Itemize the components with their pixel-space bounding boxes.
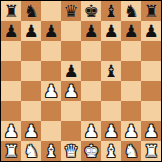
square-d4[interactable]: ♟ xyxy=(61,81,81,101)
white-king-e1[interactable]: ♚ xyxy=(83,141,98,161)
chess-board: ♜♞♛♚♝♞♜♟♟♟♟♟♟♟♟♝♟♟♟♟♟♟♟♟♜♞♝♛♚♝♞♜ xyxy=(1,1,161,161)
square-e4[interactable] xyxy=(81,81,101,101)
white-pawn-d4[interactable]: ♟ xyxy=(63,81,78,101)
black-rook-h8[interactable]: ♜ xyxy=(143,1,158,21)
square-g4[interactable] xyxy=(121,81,141,101)
white-bishop-f1[interactable]: ♝ xyxy=(103,141,118,161)
black-pawn-g7[interactable]: ♟ xyxy=(123,21,138,41)
black-bishop-f8[interactable]: ♝ xyxy=(103,1,118,21)
white-bishop-c1[interactable]: ♝ xyxy=(43,141,58,161)
white-pawn-a2[interactable]: ♟ xyxy=(3,121,18,141)
square-a8[interactable]: ♜ xyxy=(1,1,21,21)
white-pawn-e2[interactable]: ♟ xyxy=(83,121,98,141)
white-pawn-g2[interactable]: ♟ xyxy=(123,121,138,141)
square-f8[interactable]: ♝ xyxy=(101,1,121,21)
square-b6[interactable] xyxy=(21,41,41,61)
square-g5[interactable] xyxy=(121,61,141,81)
square-c4[interactable]: ♟ xyxy=(41,81,61,101)
square-f5[interactable]: ♝ xyxy=(101,61,121,81)
square-h2[interactable]: ♟ xyxy=(141,121,161,141)
square-a2[interactable]: ♟ xyxy=(1,121,21,141)
square-a3[interactable] xyxy=(1,101,21,121)
white-rook-h1[interactable]: ♜ xyxy=(143,141,158,161)
square-c1[interactable]: ♝ xyxy=(41,141,61,161)
black-pawn-c7[interactable]: ♟ xyxy=(43,21,58,41)
square-g3[interactable] xyxy=(121,101,141,121)
square-f2[interactable]: ♟ xyxy=(101,121,121,141)
square-a1[interactable]: ♜ xyxy=(1,141,21,161)
square-b1[interactable]: ♞ xyxy=(21,141,41,161)
black-pawn-f7[interactable]: ♟ xyxy=(103,21,118,41)
square-e2[interactable]: ♟ xyxy=(81,121,101,141)
black-knight-b8[interactable]: ♞ xyxy=(23,1,38,21)
white-knight-b1[interactable]: ♞ xyxy=(23,141,38,161)
square-g7[interactable]: ♟ xyxy=(121,21,141,41)
square-b4[interactable] xyxy=(21,81,41,101)
square-d5[interactable]: ♟ xyxy=(61,61,81,81)
white-pawn-c4[interactable]: ♟ xyxy=(43,81,58,101)
square-a4[interactable] xyxy=(1,81,21,101)
square-c7[interactable]: ♟ xyxy=(41,21,61,41)
square-b2[interactable]: ♟ xyxy=(21,121,41,141)
square-e1[interactable]: ♚ xyxy=(81,141,101,161)
square-c2[interactable] xyxy=(41,121,61,141)
black-pawn-a7[interactable]: ♟ xyxy=(3,21,18,41)
square-b7[interactable]: ♟ xyxy=(21,21,41,41)
square-g1[interactable]: ♞ xyxy=(121,141,141,161)
square-h3[interactable] xyxy=(141,101,161,121)
square-h8[interactable]: ♜ xyxy=(141,1,161,21)
black-king-e8[interactable]: ♚ xyxy=(83,1,98,21)
square-d3[interactable] xyxy=(61,101,81,121)
chess-board-frame: ♜♞♛♚♝♞♜♟♟♟♟♟♟♟♟♝♟♟♟♟♟♟♟♟♜♞♝♛♚♝♞♜ xyxy=(0,0,162,162)
square-b8[interactable]: ♞ xyxy=(21,1,41,21)
square-e3[interactable] xyxy=(81,101,101,121)
square-d7[interactable] xyxy=(61,21,81,41)
black-bishop-f5[interactable]: ♝ xyxy=(103,61,118,81)
square-d2[interactable] xyxy=(61,121,81,141)
square-g8[interactable]: ♞ xyxy=(121,1,141,21)
white-rook-a1[interactable]: ♜ xyxy=(3,141,18,161)
square-f7[interactable]: ♟ xyxy=(101,21,121,41)
square-h7[interactable]: ♟ xyxy=(141,21,161,41)
square-a6[interactable] xyxy=(1,41,21,61)
square-d8[interactable]: ♛ xyxy=(61,1,81,21)
square-f3[interactable] xyxy=(101,101,121,121)
black-pawn-b7[interactable]: ♟ xyxy=(23,21,38,41)
square-a7[interactable]: ♟ xyxy=(1,21,21,41)
square-e5[interactable] xyxy=(81,61,101,81)
black-queen-d8[interactable]: ♛ xyxy=(63,1,78,21)
square-h6[interactable] xyxy=(141,41,161,61)
square-h4[interactable] xyxy=(141,81,161,101)
black-pawn-e7[interactable]: ♟ xyxy=(83,21,98,41)
square-f6[interactable] xyxy=(101,41,121,61)
square-h1[interactable]: ♜ xyxy=(141,141,161,161)
square-b3[interactable] xyxy=(21,101,41,121)
square-c5[interactable] xyxy=(41,61,61,81)
square-h5[interactable] xyxy=(141,61,161,81)
square-b5[interactable] xyxy=(21,61,41,81)
black-knight-g8[interactable]: ♞ xyxy=(123,1,138,21)
square-c8[interactable] xyxy=(41,1,61,21)
white-pawn-h2[interactable]: ♟ xyxy=(143,121,158,141)
white-pawn-b2[interactable]: ♟ xyxy=(23,121,38,141)
square-g6[interactable] xyxy=(121,41,141,61)
square-c6[interactable] xyxy=(41,41,61,61)
white-queen-d1[interactable]: ♛ xyxy=(63,141,78,161)
square-e6[interactable] xyxy=(81,41,101,61)
square-c3[interactable] xyxy=(41,101,61,121)
white-pawn-f2[interactable]: ♟ xyxy=(103,121,118,141)
white-knight-g1[interactable]: ♞ xyxy=(123,141,138,161)
square-a5[interactable] xyxy=(1,61,21,81)
square-d1[interactable]: ♛ xyxy=(61,141,81,161)
black-pawn-h7[interactable]: ♟ xyxy=(143,21,158,41)
square-d6[interactable] xyxy=(61,41,81,61)
black-pawn-d5[interactable]: ♟ xyxy=(63,61,78,81)
square-e7[interactable]: ♟ xyxy=(81,21,101,41)
square-e8[interactable]: ♚ xyxy=(81,1,101,21)
square-g2[interactable]: ♟ xyxy=(121,121,141,141)
square-f1[interactable]: ♝ xyxy=(101,141,121,161)
black-rook-a8[interactable]: ♜ xyxy=(3,1,18,21)
square-f4[interactable] xyxy=(101,81,121,101)
